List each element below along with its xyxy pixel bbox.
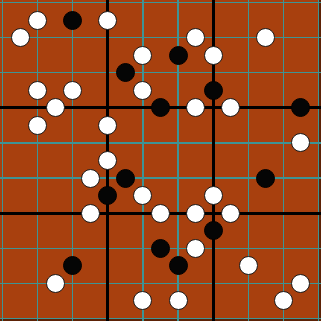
white-stone[interactable] (28, 116, 47, 135)
white-stone[interactable] (274, 291, 293, 310)
white-stone[interactable] (133, 186, 152, 205)
go-board[interactable] (0, 0, 321, 321)
thin-grid-line (0, 2, 321, 4)
white-stone[interactable] (291, 274, 310, 293)
black-stone[interactable] (116, 169, 135, 188)
white-stone[interactable] (81, 169, 100, 188)
white-stone[interactable] (186, 98, 205, 117)
white-stone[interactable] (204, 46, 223, 65)
thin-grid-line (2, 0, 4, 321)
white-stone[interactable] (81, 204, 100, 223)
white-stone[interactable] (291, 133, 310, 152)
black-stone[interactable] (151, 239, 170, 258)
black-stone[interactable] (151, 98, 170, 117)
thin-grid-line (0, 318, 321, 320)
white-stone[interactable] (28, 81, 47, 100)
black-stone[interactable] (256, 169, 275, 188)
white-stone[interactable] (239, 256, 258, 275)
white-stone[interactable] (133, 46, 152, 65)
white-stone[interactable] (186, 28, 205, 47)
black-stone[interactable] (291, 98, 310, 117)
thin-grid-line (37, 0, 39, 321)
white-stone[interactable] (169, 291, 188, 310)
black-stone[interactable] (169, 256, 188, 275)
white-stone[interactable] (186, 204, 205, 223)
black-stone[interactable] (204, 221, 223, 240)
white-stone[interactable] (98, 11, 117, 30)
black-stone[interactable] (63, 11, 82, 30)
black-stone[interactable] (98, 186, 117, 205)
white-stone[interactable] (221, 204, 240, 223)
white-stone[interactable] (98, 116, 117, 135)
black-stone[interactable] (204, 81, 223, 100)
white-stone[interactable] (221, 98, 240, 117)
white-stone[interactable] (28, 11, 47, 30)
white-stone[interactable] (63, 81, 82, 100)
black-stone[interactable] (169, 46, 188, 65)
thin-grid-line (0, 72, 321, 74)
white-stone[interactable] (151, 204, 170, 223)
thin-grid-line (0, 142, 321, 144)
white-stone[interactable] (133, 291, 152, 310)
white-stone[interactable] (256, 28, 275, 47)
thin-grid-line (318, 0, 320, 321)
white-stone[interactable] (98, 151, 117, 170)
white-stone[interactable] (186, 239, 205, 258)
white-stone[interactable] (11, 28, 30, 47)
black-stone[interactable] (63, 256, 82, 275)
white-stone[interactable] (133, 81, 152, 100)
white-stone[interactable] (46, 274, 65, 293)
white-stone[interactable] (204, 186, 223, 205)
thin-grid-line (283, 0, 285, 321)
black-stone[interactable] (116, 63, 135, 82)
white-stone[interactable] (46, 98, 65, 117)
